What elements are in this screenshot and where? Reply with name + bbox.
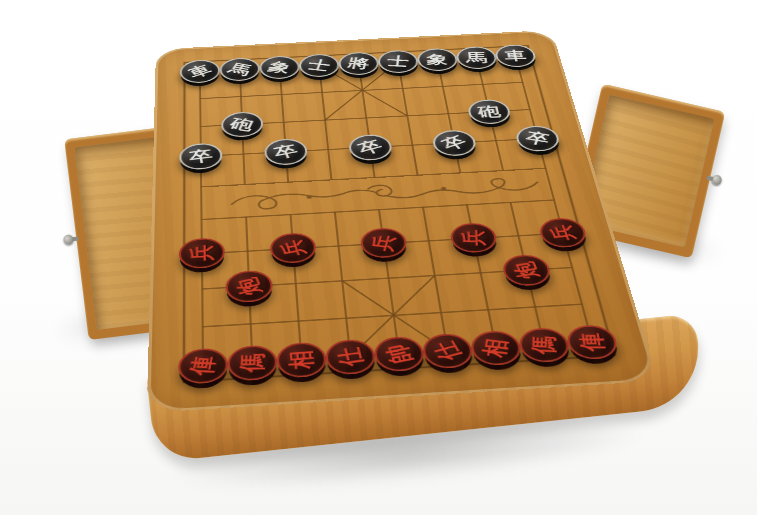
- intersection: 卒: [513, 123, 562, 155]
- piece-red-elephant[interactable]: 相: [276, 342, 328, 379]
- intersection: [554, 284, 611, 324]
- piece-black-soldier[interactable]: 卒: [264, 138, 308, 166]
- piece-glyph: 帥: [383, 343, 416, 366]
- intersection: 卒: [264, 136, 309, 168]
- intersection: [260, 80, 303, 110]
- xiangqi-set-photo: 車馬象士將士象馬車砲砲卒卒卒卒卒兵兵兵兵兵炮炮俥傌相仕帥仕相傌俥: [0, 0, 757, 515]
- intersection: 馬: [220, 55, 261, 83]
- intersection: [351, 161, 398, 195]
- piece-black-soldier[interactable]: 卒: [179, 142, 222, 170]
- piece-red-cannon[interactable]: 炮: [500, 254, 553, 287]
- piece-glyph: 士: [306, 58, 332, 72]
- intersection: 將: [337, 49, 380, 77]
- intersection: [179, 202, 224, 238]
- left-drawer-knob[interactable]: [63, 234, 74, 245]
- intersection: [508, 287, 564, 327]
- piece-black-soldier[interactable]: 卒: [431, 129, 478, 156]
- intersection: [267, 197, 314, 232]
- intersection: [425, 99, 472, 129]
- intersection: [414, 292, 468, 333]
- piece-glyph: 仕: [430, 339, 465, 363]
- piece-glyph: 卒: [355, 138, 385, 156]
- intersection: [179, 270, 227, 309]
- piece-black-horse[interactable]: 馬: [220, 57, 261, 81]
- intersection: 卒: [179, 140, 222, 172]
- intersection: [394, 159, 442, 192]
- intersection: 卒: [347, 131, 393, 163]
- piece-red-advisor[interactable]: 仕: [421, 333, 475, 370]
- intersection: [220, 82, 262, 112]
- piece-red-horse[interactable]: 傌: [227, 344, 278, 381]
- piece-red-chariot[interactable]: 俥: [178, 347, 228, 385]
- intersection: [262, 107, 306, 138]
- piece-glyph: 馬: [465, 51, 488, 63]
- piece-glyph: 兵: [461, 230, 486, 246]
- intersection: 傌: [227, 342, 278, 385]
- piece-black-chariot[interactable]: 車: [493, 44, 538, 68]
- piece-red-soldier[interactable]: 兵: [359, 227, 408, 259]
- intersection: [179, 170, 223, 204]
- intersection: [385, 101, 431, 132]
- piece-glyph: 兵: [548, 224, 578, 242]
- piece-glyph: 相: [287, 350, 316, 371]
- piece-glyph: 車: [503, 49, 527, 62]
- piece-black-soldier[interactable]: 卒: [348, 133, 394, 161]
- piece-glyph: 仕: [335, 346, 366, 368]
- piece-red-soldier[interactable]: 兵: [179, 237, 225, 269]
- intersection: [226, 303, 276, 344]
- piece-black-chariot[interactable]: 車: [180, 59, 220, 84]
- intersection: [180, 84, 221, 114]
- piece-glyph: 傌: [531, 335, 558, 355]
- intersection: [506, 95, 554, 125]
- piece-glyph: 車: [185, 63, 214, 80]
- piece-glyph: 馬: [226, 62, 254, 77]
- intersection: [399, 190, 448, 225]
- intersection: 兵: [179, 235, 225, 272]
- intersection: [499, 68, 546, 97]
- intersection: [355, 192, 404, 227]
- intersection: [344, 103, 389, 134]
- board-slab: 車馬象士將士象馬車砲砲卒卒卒卒卒兵兵兵兵兵炮炮俥傌相仕帥仕相傌俥: [147, 30, 658, 413]
- piece-glyph: 砲: [477, 105, 502, 119]
- piece-glyph: 卒: [272, 143, 300, 160]
- intersection: [314, 227, 363, 264]
- intersection: 士: [298, 51, 340, 79]
- piece-glyph: 象: [266, 60, 293, 75]
- intersection: 象: [259, 53, 301, 81]
- intersection: 車: [180, 57, 220, 85]
- piece-red-soldier[interactable]: 兵: [269, 232, 317, 264]
- piece-glyph: 傌: [238, 353, 266, 372]
- intersection: [528, 183, 580, 218]
- piece-black-soldier[interactable]: 卒: [514, 125, 562, 152]
- intersection: [271, 264, 320, 303]
- intersection: [472, 125, 521, 157]
- intersection: [341, 76, 385, 105]
- piece-glyph: 將: [346, 57, 371, 71]
- intersection: 相: [468, 327, 524, 370]
- intersection: 兵: [536, 215, 590, 251]
- intersection: 仕: [324, 336, 377, 379]
- intersection: [301, 78, 344, 107]
- piece-red-elephant[interactable]: 相: [469, 330, 524, 367]
- piece-glyph: 砲: [228, 116, 256, 132]
- piece-glyph: 卒: [188, 148, 214, 165]
- river-ornament: [231, 177, 540, 211]
- intersection: 兵: [269, 230, 317, 267]
- piece-glyph: 炮: [511, 260, 542, 280]
- intersection: 砲: [221, 109, 264, 140]
- intersection: [492, 217, 545, 253]
- intersection: [420, 72, 466, 101]
- intersection: [222, 138, 266, 170]
- piece-glyph: 炮: [233, 276, 264, 298]
- piece-black-advisor[interactable]: 士: [377, 49, 420, 73]
- intersection: [409, 256, 461, 295]
- board-grid: 車馬象士將士象馬車砲砲卒卒卒卒卒兵兵兵兵兵炮炮俥傌相仕帥仕相傌俥: [178, 42, 621, 388]
- piece-red-soldier[interactable]: 兵: [448, 222, 499, 254]
- intersection: [442, 187, 492, 222]
- intersection: 士: [376, 48, 420, 76]
- intersection: 帥: [372, 333, 426, 376]
- piece-glyph: 俥: [578, 333, 607, 351]
- intersection: [178, 306, 227, 347]
- intersection: 象: [415, 46, 459, 74]
- piece-red-cannon[interactable]: 炮: [225, 270, 273, 304]
- intersection: [266, 166, 312, 200]
- piece-black-cannon[interactable]: 砲: [466, 99, 512, 125]
- intersection: [380, 74, 425, 103]
- intersection: [363, 259, 414, 298]
- piece-glyph: 兵: [369, 234, 398, 253]
- intersection: [224, 232, 271, 269]
- piece-black-cannon[interactable]: 砲: [221, 111, 264, 138]
- piece-glyph: 卒: [438, 133, 470, 152]
- piece-black-elephant[interactable]: 象: [259, 55, 300, 79]
- intersection: 俥: [178, 344, 228, 388]
- intersection: [389, 129, 436, 161]
- board-lines: [178, 42, 621, 388]
- board-scene: 車馬象士將士象馬車砲砲卒卒卒卒卒兵兵兵兵兵炮炮俥傌相仕帥仕相傌俥: [147, 30, 658, 413]
- intersection: [521, 152, 572, 185]
- intersection: 炮: [225, 267, 273, 306]
- intersection: [478, 154, 528, 187]
- piece-black-advisor[interactable]: 士: [298, 53, 340, 77]
- intersection: 車: [493, 42, 539, 70]
- intersection: 仕: [420, 330, 475, 373]
- piece-red-advisor[interactable]: 仕: [324, 339, 376, 376]
- intersection: [368, 295, 421, 336]
- intersection: [274, 301, 325, 342]
- piece-glyph: 俥: [188, 356, 219, 376]
- intersection: [404, 222, 455, 259]
- piece-glyph: 象: [426, 53, 448, 66]
- piece-red-general[interactable]: 帥: [373, 336, 426, 373]
- intersection: [545, 249, 600, 287]
- intersection: [303, 105, 347, 136]
- piece-red-horse[interactable]: 傌: [516, 327, 572, 364]
- intersection: [436, 157, 485, 190]
- piece-glyph: 卒: [524, 130, 551, 147]
- piece-black-general[interactable]: 將: [338, 51, 381, 75]
- intersection: [223, 199, 269, 235]
- piece-glyph: 相: [481, 337, 511, 358]
- intersection: [460, 70, 506, 99]
- intersection: 兵: [448, 220, 500, 257]
- intersection: 砲: [466, 97, 513, 127]
- intersection: [308, 163, 355, 197]
- intersection: 相: [276, 339, 328, 382]
- piece-black-elephant[interactable]: 象: [416, 48, 460, 72]
- intersection: 炮: [500, 251, 554, 289]
- piece-red-chariot[interactable]: 俥: [564, 324, 621, 360]
- intersection: [223, 168, 268, 202]
- intersection: 俥: [563, 321, 621, 363]
- intersection: 兵: [359, 225, 409, 262]
- intersection: [461, 290, 516, 330]
- intersection: [454, 254, 507, 292]
- intersection: [485, 185, 536, 220]
- intersection: 馬: [454, 44, 499, 72]
- right-drawer-knob[interactable]: [711, 174, 723, 186]
- intersection: [306, 133, 351, 165]
- intersection: [311, 195, 359, 230]
- piece-red-soldier[interactable]: 兵: [537, 217, 589, 248]
- intersection: 傌: [516, 324, 573, 366]
- piece-glyph: 兵: [278, 238, 308, 258]
- intersection: [317, 262, 367, 301]
- piece-glyph: 兵: [189, 245, 214, 263]
- intersection: 卒: [431, 127, 479, 159]
- intersection: [321, 298, 373, 339]
- piece-glyph: 士: [386, 55, 409, 68]
- intersection: [180, 111, 222, 142]
- board-surface: 車馬象士將士象馬車砲砲卒卒卒卒卒兵兵兵兵兵炮炮俥傌相仕帥仕相傌俥: [178, 42, 621, 388]
- piece-black-horse[interactable]: 馬: [454, 46, 498, 70]
